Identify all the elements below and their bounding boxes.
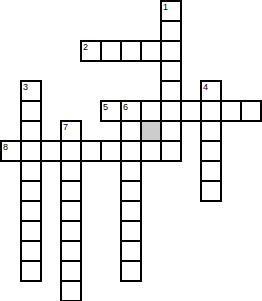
grid-cell[interactable] [200, 80, 222, 102]
grid-cell[interactable] [200, 140, 222, 162]
grid-cell[interactable] [80, 140, 102, 162]
grid-cell[interactable] [160, 120, 182, 142]
grid-cell[interactable] [140, 40, 162, 62]
grid-cell[interactable] [0, 140, 22, 162]
grid-cell[interactable] [20, 240, 42, 262]
grid-cell[interactable] [60, 260, 82, 282]
grid-cell[interactable] [120, 40, 142, 62]
grid-cell[interactable] [20, 220, 42, 242]
grid-cell[interactable] [120, 240, 142, 262]
grid-cell[interactable] [20, 200, 42, 222]
grid-cell[interactable] [200, 180, 222, 202]
grid-cell[interactable] [220, 100, 242, 122]
grid-cell[interactable] [20, 100, 42, 122]
grid-cell[interactable] [160, 80, 182, 102]
grid-cell[interactable] [180, 100, 202, 122]
grid-cell[interactable] [200, 100, 222, 122]
grid-cell[interactable] [120, 140, 142, 162]
grid-cell[interactable] [40, 140, 62, 162]
grid-cell[interactable] [60, 180, 82, 202]
grid-cell[interactable] [160, 0, 182, 22]
shaded-cell[interactable] [140, 120, 162, 142]
grid-cell[interactable] [20, 180, 42, 202]
grid-cell[interactable] [60, 220, 82, 242]
grid-cell[interactable] [60, 120, 82, 142]
grid-cell[interactable] [200, 120, 222, 142]
grid-cell[interactable] [60, 140, 82, 162]
grid-cell[interactable] [120, 120, 142, 142]
grid-cell[interactable] [20, 120, 42, 142]
grid-cell[interactable] [100, 40, 122, 62]
grid-cell[interactable] [240, 100, 262, 122]
grid-cell[interactable] [20, 260, 42, 282]
grid-cell[interactable] [140, 100, 162, 122]
grid-cell[interactable] [60, 280, 82, 301]
grid-cell[interactable] [160, 40, 182, 62]
grid-cell[interactable] [160, 100, 182, 122]
grid-cell[interactable] [100, 100, 122, 122]
grid-cell[interactable] [100, 140, 122, 162]
grid-cell[interactable] [140, 140, 162, 162]
grid-cell[interactable] [160, 140, 182, 162]
grid-cell[interactable] [160, 60, 182, 82]
grid-cell[interactable] [80, 40, 102, 62]
grid-cell[interactable] [20, 140, 42, 162]
crossword-board: 12345678 [0, 0, 262, 301]
grid-cell[interactable] [120, 200, 142, 222]
grid-cell[interactable] [200, 160, 222, 182]
grid-cell[interactable] [20, 160, 42, 182]
grid-cell[interactable] [60, 240, 82, 262]
grid-cell[interactable] [120, 260, 142, 282]
grid-cell[interactable] [120, 220, 142, 242]
grid-cell[interactable] [60, 200, 82, 222]
grid-cell[interactable] [120, 100, 142, 122]
grid-cell[interactable] [120, 160, 142, 182]
grid-cell[interactable] [20, 80, 42, 102]
grid-cell[interactable] [60, 160, 82, 182]
grid-cell[interactable] [120, 180, 142, 202]
grid-cell[interactable] [160, 20, 182, 42]
